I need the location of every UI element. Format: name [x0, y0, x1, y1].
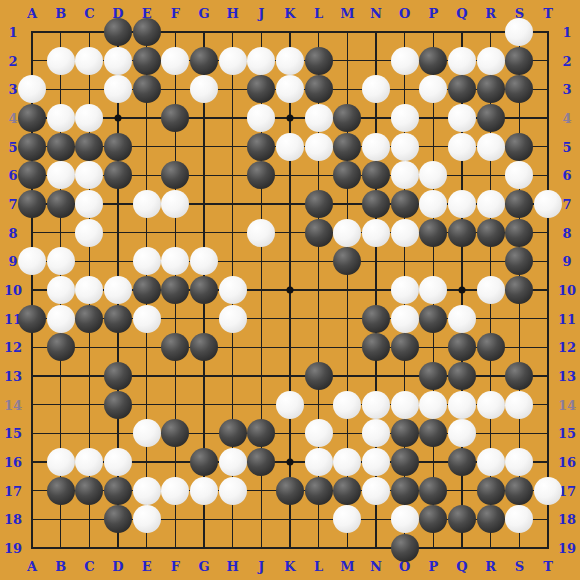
black-stone	[133, 75, 161, 103]
white-stone	[333, 505, 361, 533]
white-stone	[362, 75, 390, 103]
col-label-bottom: B	[55, 559, 66, 574]
black-stone	[419, 219, 447, 247]
black-stone	[477, 477, 505, 505]
black-stone	[18, 133, 46, 161]
black-stone	[448, 219, 476, 247]
white-stone	[419, 190, 447, 218]
white-stone	[505, 505, 533, 533]
black-stone	[305, 219, 333, 247]
white-stone	[391, 305, 419, 333]
row-label-left: 3	[8, 82, 17, 97]
col-label-bottom: H	[227, 559, 239, 574]
black-stone	[477, 75, 505, 103]
col-label-bottom: E	[142, 559, 152, 574]
black-stone	[391, 419, 419, 447]
white-stone	[448, 190, 476, 218]
black-stone	[247, 161, 275, 189]
black-stone	[448, 75, 476, 103]
black-stone	[104, 391, 132, 419]
row-label-right: 5	[562, 139, 571, 154]
white-stone	[448, 419, 476, 447]
col-label-bottom: Q	[456, 559, 467, 574]
white-stone	[276, 75, 304, 103]
col-label-top: C	[84, 6, 94, 21]
black-stone	[333, 477, 361, 505]
white-stone	[362, 133, 390, 161]
row-label-left: 9	[8, 254, 17, 269]
black-stone	[133, 18, 161, 46]
white-stone	[104, 276, 132, 304]
black-stone	[161, 333, 189, 361]
row-label-left: 17	[4, 483, 22, 498]
row-label-right: 14	[558, 397, 576, 412]
white-stone	[104, 448, 132, 476]
white-stone	[75, 219, 103, 247]
col-label-top: G	[198, 6, 209, 21]
white-stone	[47, 276, 75, 304]
white-stone	[477, 47, 505, 75]
black-stone	[505, 75, 533, 103]
row-label-left: 1	[8, 25, 17, 40]
black-stone	[161, 104, 189, 132]
grid-line-vertical	[547, 31, 549, 549]
black-stone	[305, 477, 333, 505]
black-stone	[75, 305, 103, 333]
white-stone	[448, 104, 476, 132]
col-label-top: M	[340, 6, 354, 21]
black-stone	[448, 505, 476, 533]
white-stone	[419, 161, 447, 189]
black-stone	[104, 18, 132, 46]
col-label-top: T	[543, 6, 553, 21]
white-stone	[47, 247, 75, 275]
white-stone	[18, 247, 46, 275]
white-stone	[47, 448, 75, 476]
white-stone	[477, 190, 505, 218]
row-label-right: 7	[562, 197, 571, 212]
black-stone	[419, 47, 447, 75]
black-stone	[190, 448, 218, 476]
black-stone	[305, 190, 333, 218]
col-label-top: P	[428, 6, 438, 21]
black-stone	[104, 133, 132, 161]
white-stone	[104, 75, 132, 103]
row-label-right: 3	[562, 82, 571, 97]
white-stone	[448, 305, 476, 333]
white-stone	[104, 47, 132, 75]
black-stone	[247, 419, 275, 447]
row-label-right: 10	[558, 283, 576, 298]
col-label-bottom: A	[27, 559, 37, 574]
black-stone	[18, 161, 46, 189]
row-label-right: 12	[558, 340, 576, 355]
row-label-left: 14	[4, 397, 22, 412]
white-stone	[391, 104, 419, 132]
white-stone	[247, 219, 275, 247]
white-stone	[75, 190, 103, 218]
black-stone	[18, 190, 46, 218]
row-label-left: 7	[8, 197, 17, 212]
white-stone	[219, 448, 247, 476]
black-stone	[104, 505, 132, 533]
col-label-bottom: R	[485, 559, 496, 574]
black-stone	[419, 419, 447, 447]
white-stone	[190, 75, 218, 103]
white-stone	[219, 47, 247, 75]
white-stone	[505, 391, 533, 419]
black-stone	[247, 448, 275, 476]
row-label-right: 16	[558, 455, 576, 470]
row-label-left: 19	[4, 541, 22, 556]
black-stone	[505, 190, 533, 218]
col-label-top: L	[314, 6, 323, 21]
col-label-bottom: T	[543, 559, 553, 574]
col-label-bottom: S	[515, 559, 524, 574]
black-stone	[161, 276, 189, 304]
col-label-top: R	[485, 6, 496, 21]
white-stone	[247, 47, 275, 75]
row-label-left: 6	[8, 168, 17, 183]
white-stone	[247, 104, 275, 132]
row-label-right: 2	[562, 53, 571, 68]
col-label-top: O	[399, 6, 410, 21]
row-label-right: 13	[558, 369, 576, 384]
black-stone	[161, 161, 189, 189]
white-stone	[133, 305, 161, 333]
white-stone	[75, 161, 103, 189]
black-stone	[104, 161, 132, 189]
black-stone	[391, 190, 419, 218]
white-stone	[47, 104, 75, 132]
white-stone	[75, 47, 103, 75]
black-stone	[391, 333, 419, 361]
go-board[interactable]: AABBCCDDEEFFGGHHJJKKLLMMNNOOPPQQRRSSTT11…	[0, 0, 580, 580]
black-stone	[391, 534, 419, 562]
white-stone	[391, 505, 419, 533]
white-stone	[190, 247, 218, 275]
black-stone	[448, 333, 476, 361]
star-point	[287, 459, 294, 466]
black-stone	[505, 133, 533, 161]
black-stone	[75, 477, 103, 505]
black-stone	[391, 448, 419, 476]
black-stone	[190, 276, 218, 304]
col-label-bottom: N	[370, 559, 382, 574]
col-label-top: H	[227, 6, 239, 21]
white-stone	[391, 133, 419, 161]
white-stone	[161, 477, 189, 505]
black-stone	[219, 419, 247, 447]
white-stone	[276, 133, 304, 161]
black-stone	[505, 362, 533, 390]
white-stone	[362, 419, 390, 447]
col-label-bottom: K	[284, 559, 295, 574]
black-stone	[505, 477, 533, 505]
white-stone	[362, 391, 390, 419]
row-label-left: 13	[4, 369, 22, 384]
row-label-left: 15	[4, 426, 22, 441]
white-stone	[477, 276, 505, 304]
row-label-right: 9	[562, 254, 571, 269]
black-stone	[362, 161, 390, 189]
row-label-left: 12	[4, 340, 22, 355]
white-stone	[305, 133, 333, 161]
black-stone	[419, 477, 447, 505]
col-label-bottom: D	[112, 559, 123, 574]
white-stone	[276, 391, 304, 419]
black-stone	[419, 305, 447, 333]
white-stone	[75, 448, 103, 476]
star-point	[115, 115, 122, 122]
black-stone	[362, 333, 390, 361]
white-stone	[505, 18, 533, 46]
white-stone	[219, 305, 247, 333]
white-stone	[333, 219, 361, 247]
black-stone	[419, 505, 447, 533]
black-stone	[247, 75, 275, 103]
white-stone	[477, 133, 505, 161]
star-point	[459, 287, 466, 294]
black-stone	[161, 419, 189, 447]
row-label-left: 10	[4, 283, 22, 298]
black-stone	[505, 276, 533, 304]
white-stone	[333, 391, 361, 419]
black-stone	[505, 47, 533, 75]
white-stone	[219, 477, 247, 505]
black-stone	[419, 362, 447, 390]
white-stone	[133, 477, 161, 505]
grid-line-horizontal	[31, 547, 549, 549]
black-stone	[133, 47, 161, 75]
white-stone	[362, 219, 390, 247]
black-stone	[477, 104, 505, 132]
black-stone	[333, 133, 361, 161]
white-stone	[47, 305, 75, 333]
col-label-bottom: L	[314, 559, 323, 574]
white-stone	[477, 448, 505, 476]
row-label-right: 1	[562, 25, 571, 40]
row-label-right: 19	[558, 541, 576, 556]
white-stone	[219, 276, 247, 304]
black-stone	[477, 333, 505, 361]
row-label-right: 11	[558, 311, 576, 326]
col-label-top: B	[55, 6, 66, 21]
row-label-left: 4	[8, 111, 17, 126]
black-stone	[362, 305, 390, 333]
white-stone	[75, 276, 103, 304]
black-stone	[505, 219, 533, 247]
black-stone	[47, 190, 75, 218]
black-stone	[391, 477, 419, 505]
white-stone	[362, 477, 390, 505]
black-stone	[75, 133, 103, 161]
star-point	[287, 115, 294, 122]
col-label-top: F	[171, 6, 180, 21]
white-stone	[133, 190, 161, 218]
col-label-bottom: P	[428, 559, 438, 574]
row-label-right: 4	[562, 111, 571, 126]
white-stone	[305, 419, 333, 447]
col-label-bottom: C	[84, 559, 94, 574]
black-stone	[333, 104, 361, 132]
white-stone	[133, 247, 161, 275]
col-label-top: J	[258, 6, 264, 21]
black-stone	[247, 133, 275, 161]
black-stone	[104, 305, 132, 333]
black-stone	[47, 333, 75, 361]
white-stone	[391, 47, 419, 75]
white-stone	[305, 448, 333, 476]
white-stone	[391, 276, 419, 304]
white-stone	[276, 47, 304, 75]
black-stone	[190, 47, 218, 75]
row-label-left: 18	[4, 512, 22, 527]
black-stone	[47, 133, 75, 161]
white-stone	[161, 247, 189, 275]
white-stone	[391, 219, 419, 247]
white-stone	[133, 419, 161, 447]
white-stone	[18, 75, 46, 103]
white-stone	[47, 161, 75, 189]
black-stone	[104, 477, 132, 505]
black-stone	[305, 47, 333, 75]
white-stone	[505, 161, 533, 189]
white-stone	[391, 391, 419, 419]
white-stone	[362, 448, 390, 476]
star-point	[287, 287, 294, 294]
white-stone	[391, 161, 419, 189]
white-stone	[534, 190, 562, 218]
black-stone	[305, 75, 333, 103]
white-stone	[448, 391, 476, 419]
white-stone	[161, 190, 189, 218]
white-stone	[505, 448, 533, 476]
col-label-bottom: G	[198, 559, 209, 574]
row-label-right: 6	[562, 168, 571, 183]
row-label-left: 16	[4, 455, 22, 470]
col-label-top: A	[27, 6, 37, 21]
black-stone	[18, 104, 46, 132]
row-label-right: 15	[558, 426, 576, 441]
row-label-left: 8	[8, 225, 17, 240]
black-stone	[133, 276, 161, 304]
white-stone	[75, 104, 103, 132]
col-label-top: K	[284, 6, 295, 21]
white-stone	[333, 448, 361, 476]
black-stone	[333, 161, 361, 189]
black-stone	[333, 247, 361, 275]
black-stone	[477, 219, 505, 247]
white-stone	[448, 47, 476, 75]
white-stone	[477, 391, 505, 419]
white-stone	[448, 133, 476, 161]
white-stone	[190, 477, 218, 505]
black-stone	[18, 305, 46, 333]
white-stone	[305, 104, 333, 132]
row-label-left: 2	[8, 53, 17, 68]
row-label-right: 8	[562, 225, 571, 240]
row-label-right: 18	[558, 512, 576, 527]
black-stone	[47, 477, 75, 505]
row-label-left: 5	[8, 139, 17, 154]
black-stone	[362, 190, 390, 218]
black-stone	[305, 362, 333, 390]
black-stone	[190, 333, 218, 361]
white-stone	[419, 276, 447, 304]
black-stone	[104, 362, 132, 390]
white-stone	[47, 47, 75, 75]
col-label-top: N	[370, 6, 382, 21]
black-stone	[505, 247, 533, 275]
white-stone	[419, 75, 447, 103]
white-stone	[534, 477, 562, 505]
white-stone	[419, 391, 447, 419]
col-label-top: Q	[456, 6, 467, 21]
black-stone	[448, 362, 476, 390]
col-label-bottom: M	[340, 559, 354, 574]
col-label-bottom: F	[171, 559, 180, 574]
white-stone	[161, 47, 189, 75]
white-stone	[133, 505, 161, 533]
col-label-bottom: J	[258, 559, 264, 574]
black-stone	[448, 448, 476, 476]
black-stone	[477, 505, 505, 533]
black-stone	[276, 477, 304, 505]
